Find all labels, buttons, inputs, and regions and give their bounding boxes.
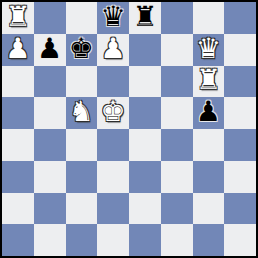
square-f4[interactable]: [161, 129, 193, 161]
square-e6[interactable]: [129, 66, 161, 98]
square-f2[interactable]: [161, 193, 193, 225]
square-h5[interactable]: [224, 97, 256, 129]
square-a2[interactable]: [2, 193, 34, 225]
square-g6[interactable]: ♜: [193, 66, 225, 98]
square-a3[interactable]: [2, 161, 34, 193]
square-d6[interactable]: [97, 66, 129, 98]
square-d2[interactable]: [97, 193, 129, 225]
piece-black-pawn[interactable]: ♟: [196, 98, 221, 126]
square-a7[interactable]: ♟: [2, 34, 34, 66]
square-e4[interactable]: [129, 129, 161, 161]
square-g1[interactable]: [193, 224, 225, 256]
square-c7[interactable]: ♚: [66, 34, 98, 66]
square-e5[interactable]: [129, 97, 161, 129]
piece-white-queen[interactable]: ♛: [196, 35, 221, 63]
square-b1[interactable]: [34, 224, 66, 256]
square-b2[interactable]: [34, 193, 66, 225]
square-h1[interactable]: [224, 224, 256, 256]
square-c1[interactable]: [66, 224, 98, 256]
square-h3[interactable]: [224, 161, 256, 193]
square-d4[interactable]: [97, 129, 129, 161]
square-b4[interactable]: [34, 129, 66, 161]
square-a5[interactable]: [2, 97, 34, 129]
piece-black-king[interactable]: ♚: [69, 35, 94, 63]
square-c3[interactable]: [66, 161, 98, 193]
piece-white-knight[interactable]: ♞: [69, 98, 94, 126]
square-b5[interactable]: [34, 97, 66, 129]
square-e1[interactable]: [129, 224, 161, 256]
square-f3[interactable]: [161, 161, 193, 193]
square-g4[interactable]: [193, 129, 225, 161]
piece-white-rook[interactable]: ♜: [5, 3, 30, 31]
square-c8[interactable]: [66, 2, 98, 34]
piece-white-rook[interactable]: ♜: [196, 66, 221, 94]
piece-black-pawn[interactable]: ♟: [37, 35, 62, 63]
square-h4[interactable]: [224, 129, 256, 161]
square-a1[interactable]: [2, 224, 34, 256]
piece-black-queen[interactable]: ♛: [101, 3, 126, 31]
square-g8[interactable]: [193, 2, 225, 34]
square-h8[interactable]: [224, 2, 256, 34]
square-b8[interactable]: [34, 2, 66, 34]
square-e7[interactable]: [129, 34, 161, 66]
square-c6[interactable]: [66, 66, 98, 98]
square-f7[interactable]: [161, 34, 193, 66]
square-d8[interactable]: ♛: [97, 2, 129, 34]
square-b7[interactable]: ♟: [34, 34, 66, 66]
square-a6[interactable]: [2, 66, 34, 98]
square-b3[interactable]: [34, 161, 66, 193]
square-g3[interactable]: [193, 161, 225, 193]
square-d1[interactable]: [97, 224, 129, 256]
square-g7[interactable]: ♛: [193, 34, 225, 66]
square-f8[interactable]: [161, 2, 193, 34]
piece-white-pawn[interactable]: ♟: [5, 35, 30, 63]
square-d7[interactable]: ♟: [97, 34, 129, 66]
square-c4[interactable]: [66, 129, 98, 161]
square-d3[interactable]: [97, 161, 129, 193]
square-f1[interactable]: [161, 224, 193, 256]
square-f5[interactable]: [161, 97, 193, 129]
square-f6[interactable]: [161, 66, 193, 98]
square-h6[interactable]: [224, 66, 256, 98]
square-g5[interactable]: ♟: [193, 97, 225, 129]
square-b6[interactable]: [34, 66, 66, 98]
square-c5[interactable]: ♞: [66, 97, 98, 129]
piece-white-king[interactable]: ♚: [101, 98, 126, 126]
square-c2[interactable]: [66, 193, 98, 225]
square-h7[interactable]: [224, 34, 256, 66]
piece-black-rook[interactable]: ♜: [132, 3, 157, 31]
square-e8[interactable]: ♜: [129, 2, 161, 34]
square-e3[interactable]: [129, 161, 161, 193]
square-g2[interactable]: [193, 193, 225, 225]
chess-board: ♜♛♜♟♟♚♟♛♜♞♚♟: [0, 0, 258, 258]
square-a4[interactable]: [2, 129, 34, 161]
square-d5[interactable]: ♚: [97, 97, 129, 129]
piece-white-pawn[interactable]: ♟: [101, 35, 126, 63]
square-a8[interactable]: ♜: [2, 2, 34, 34]
square-h2[interactable]: [224, 193, 256, 225]
square-e2[interactable]: [129, 193, 161, 225]
